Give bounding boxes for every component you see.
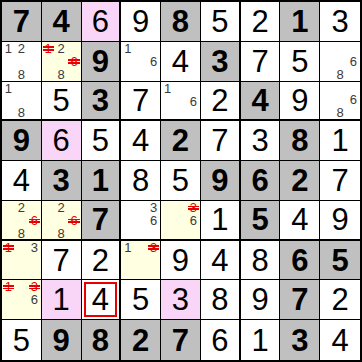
- cell-r9c9[interactable]: 4: [320, 320, 360, 360]
- cell-r3c3[interactable]: 3: [82, 82, 122, 122]
- candidate: 1: [121, 42, 134, 55]
- given-digit: 7: [13, 6, 30, 37]
- cell-r7c9[interactable]: 5: [320, 241, 360, 281]
- given-digit: 9: [13, 125, 30, 156]
- cell-r8c7[interactable]: 9: [241, 280, 281, 320]
- cell-r7c1[interactable]: 13: [2, 241, 42, 281]
- pencil-marks: 36: [161, 201, 200, 239]
- cell-r8c1[interactable]: 136: [2, 280, 42, 320]
- cell-r6c5[interactable]: 36: [161, 201, 201, 241]
- cell-r5c2[interactable]: 3: [42, 161, 82, 201]
- cell-r5c9[interactable]: 7: [320, 161, 360, 201]
- solved-digit: 8: [211, 284, 228, 315]
- cell-r6c2[interactable]: 268: [42, 201, 82, 241]
- solved-digit: 8: [132, 165, 149, 196]
- pencil-marks: 268: [42, 201, 81, 239]
- candidate: 6: [28, 293, 41, 306]
- solved-digit: 5: [92, 125, 109, 156]
- cell-r7c6[interactable]: 4: [201, 241, 241, 281]
- given-digit: 3: [92, 85, 109, 116]
- cell-r2c5[interactable]: 4: [161, 42, 201, 82]
- cell-r2c8[interactable]: 5: [280, 42, 320, 82]
- solved-digit: 4: [211, 245, 228, 276]
- pencil-marks: 16: [161, 82, 200, 120]
- candidate: 8: [55, 227, 68, 240]
- solved-digit: 4: [172, 46, 189, 77]
- cell-r8c6[interactable]: 8: [201, 280, 241, 320]
- given-digit: 7: [92, 204, 109, 235]
- cell-r2c3[interactable]: 9: [82, 42, 122, 82]
- cell-r3c6[interactable]: 2: [201, 82, 241, 122]
- solved-digit: 4: [331, 325, 348, 356]
- solved-digit: 5: [132, 284, 149, 315]
- cell-r4c2[interactable]: 6: [42, 121, 82, 161]
- cell-r5c6[interactable]: 9: [201, 161, 241, 201]
- cell-r2c4[interactable]: 16: [121, 42, 161, 82]
- given-digit: 5: [331, 245, 348, 276]
- cell-r7c2[interactable]: 7: [42, 241, 82, 281]
- cell-r6c6[interactable]: 1: [201, 201, 241, 241]
- solved-digit: 3: [331, 6, 348, 37]
- cell-r6c1[interactable]: 268: [2, 201, 42, 241]
- solved-digit: 1: [53, 284, 70, 315]
- solved-digit: 8: [251, 245, 268, 276]
- cell-r8c9[interactable]: 2: [320, 280, 360, 320]
- solved-digit: 9: [291, 85, 308, 116]
- candidate: 2: [55, 201, 68, 214]
- solved-digit: 5: [13, 325, 30, 356]
- cell-r1c1[interactable]: 7: [2, 2, 42, 42]
- given-digit: 4: [53, 6, 70, 37]
- solved-digit: 9: [331, 204, 348, 235]
- pencil-marks: 13: [2, 241, 41, 280]
- solved-digit: 5: [291, 46, 308, 77]
- solved-digit: 2: [251, 6, 268, 37]
- excluded-candidate: 6: [68, 55, 81, 68]
- cell-r5c1[interactable]: 4: [2, 161, 42, 201]
- candidate: 1: [161, 82, 174, 95]
- cell-r9c1[interactable]: 5: [2, 320, 42, 360]
- cell-r3c1[interactable]: 18: [2, 82, 42, 122]
- cell-r7c4[interactable]: 13: [121, 241, 161, 281]
- candidate: 2: [15, 42, 28, 55]
- pencil-marks: 1268: [42, 42, 81, 81]
- given-digit: 9: [92, 46, 109, 77]
- solved-digit: 3: [251, 125, 268, 156]
- cell-r3c9[interactable]: 68: [320, 82, 360, 122]
- given-digit: 1: [92, 165, 109, 196]
- solved-digit: 7: [331, 165, 348, 196]
- cell-r3c5[interactable]: 16: [161, 82, 201, 122]
- cell-r5c7[interactable]: 6: [241, 161, 281, 201]
- cell-r2c2[interactable]: 1268: [42, 42, 82, 82]
- candidate: 3: [28, 241, 41, 254]
- pencil-marks: 136: [2, 280, 41, 319]
- solved-digit: 3: [172, 284, 189, 315]
- solved-digit: 7: [132, 85, 149, 116]
- cell-r8c4[interactable]: 5: [121, 280, 161, 320]
- given-digit: 2: [132, 325, 149, 356]
- solved-digit: 7: [211, 125, 228, 156]
- cell-r4c5[interactable]: 2: [161, 121, 201, 161]
- cell-r9c3[interactable]: 8: [82, 320, 122, 360]
- cell-r7c5[interactable]: 9: [161, 241, 201, 281]
- cell-r5c8[interactable]: 2: [280, 161, 320, 201]
- cell-r9c2[interactable]: 9: [42, 320, 82, 360]
- solved-digit: 2: [331, 284, 348, 315]
- solved-digit: 7: [251, 46, 268, 77]
- cell-r1c7[interactable]: 2: [241, 2, 281, 42]
- sudoku-board: 7469852131281268916437568185371624968965…: [0, 0, 362, 362]
- pencil-marks: 68: [320, 42, 360, 81]
- cell-r1c9[interactable]: 3: [320, 2, 360, 42]
- given-digit: 7: [172, 325, 189, 356]
- candidate: 6: [147, 55, 160, 68]
- excluded-candidate: 1: [42, 42, 55, 55]
- solved-digit: 4: [13, 165, 30, 196]
- cell-r8c5[interactable]: 3: [161, 280, 201, 320]
- given-digit: 1: [291, 6, 308, 37]
- cell-r7c7[interactable]: 8: [241, 241, 281, 281]
- pencil-marks: 268: [2, 201, 41, 239]
- cell-r2c6[interactable]: 3: [201, 42, 241, 82]
- solved-digit: 1: [251, 325, 268, 356]
- solved-digit: 9: [172, 245, 189, 276]
- cell-r7c3[interactable]: 2: [82, 241, 122, 281]
- candidate: 8: [55, 68, 68, 81]
- given-digit: 8: [291, 125, 308, 156]
- given-digit: 2: [291, 165, 308, 196]
- candidate: 8: [333, 68, 346, 81]
- given-digit: 2: [172, 125, 189, 156]
- solved-digit: 9: [132, 6, 149, 37]
- cell-r2c1[interactable]: 128: [2, 42, 42, 82]
- candidate: 8: [15, 106, 28, 119]
- excluded-candidate: 3: [187, 201, 200, 214]
- candidate: 8: [15, 227, 28, 240]
- candidate: 8: [15, 68, 28, 81]
- excluded-candidate: 3: [147, 241, 160, 254]
- cell-r9c7[interactable]: 1: [241, 320, 281, 360]
- cell-r4c1[interactable]: 9: [2, 121, 42, 161]
- cell-r4c9[interactable]: 1: [320, 121, 360, 161]
- cell-r8c2[interactable]: 1: [42, 280, 82, 320]
- pencil-marks: 128: [2, 42, 41, 81]
- cell-r5c3[interactable]: 1: [82, 161, 122, 201]
- cell-r3c2[interactable]: 5: [42, 82, 82, 122]
- cell-r9c5[interactable]: 7: [161, 320, 201, 360]
- cell-r2c9[interactable]: 68: [320, 42, 360, 82]
- excluded-candidate: 6: [28, 214, 41, 227]
- solved-digit: 4: [291, 204, 308, 235]
- given-digit: 7: [291, 284, 308, 315]
- cell-r1c5[interactable]: 8: [161, 2, 201, 42]
- pencil-marks: 18: [2, 82, 41, 120]
- cell-r9c8[interactable]: 3: [280, 320, 320, 360]
- solved-digit: 1: [331, 125, 348, 156]
- given-digit: 4: [251, 85, 268, 116]
- cell-r8c3[interactable]: 4: [82, 280, 122, 320]
- cell-r7c8[interactable]: 6: [280, 241, 320, 281]
- solved-digit: 6: [211, 325, 228, 356]
- given-digit: 6: [291, 245, 308, 276]
- pencil-marks: 16: [121, 42, 160, 81]
- solved-digit: 4: [92, 284, 109, 315]
- excluded-candidate: 1: [2, 241, 15, 254]
- candidate: 2: [15, 201, 28, 214]
- given-digit: 3: [291, 325, 308, 356]
- pencil-marks: 13: [121, 241, 160, 280]
- solved-digit: 6: [92, 6, 109, 37]
- given-digit: 5: [251, 204, 268, 235]
- cell-r4c8[interactable]: 8: [280, 121, 320, 161]
- cell-r1c3[interactable]: 6: [82, 2, 122, 42]
- cell-r4c7[interactable]: 3: [241, 121, 281, 161]
- cell-r1c4[interactable]: 9: [121, 2, 161, 42]
- given-digit: 9: [53, 325, 70, 356]
- solved-digit: 2: [92, 245, 109, 276]
- candidate: 1: [2, 42, 15, 55]
- cell-r1c8[interactable]: 1: [280, 2, 320, 42]
- given-digit: 3: [53, 165, 70, 196]
- solved-digit: 5: [211, 6, 228, 37]
- excluded-candidate: 1: [2, 280, 15, 293]
- given-digit: 9: [211, 165, 228, 196]
- solved-digit: 1: [211, 204, 228, 235]
- solved-digit: 2: [211, 85, 228, 116]
- cell-r3c4[interactable]: 7: [121, 82, 161, 122]
- solved-digit: 5: [172, 165, 189, 196]
- cell-r6c7[interactable]: 5: [241, 201, 281, 241]
- given-digit: 6: [251, 165, 268, 196]
- cell-r6c9[interactable]: 9: [320, 201, 360, 241]
- cell-r1c6[interactable]: 5: [201, 2, 241, 42]
- cell-r4c6[interactable]: 7: [201, 121, 241, 161]
- solved-digit: 9: [251, 284, 268, 315]
- cell-r6c8[interactable]: 4: [280, 201, 320, 241]
- candidate: 1: [2, 82, 15, 95]
- candidate: 1: [121, 241, 134, 254]
- candidate: 6: [147, 214, 160, 227]
- candidate: 6: [347, 93, 360, 106]
- solved-digit: 4: [132, 125, 149, 156]
- candidate: 6: [187, 214, 200, 227]
- candidate: 6: [347, 55, 360, 68]
- solved-digit: 7: [53, 245, 70, 276]
- cell-r1c2[interactable]: 4: [42, 2, 82, 42]
- cell-r5c5[interactable]: 5: [161, 161, 201, 201]
- cell-r9c6[interactable]: 6: [201, 320, 241, 360]
- candidate: 8: [333, 106, 346, 119]
- cell-r5c4[interactable]: 8: [121, 161, 161, 201]
- given-digit: 3: [211, 46, 228, 77]
- cell-r4c4[interactable]: 4: [121, 121, 161, 161]
- cell-r9c4[interactable]: 2: [121, 320, 161, 360]
- cell-r6c4[interactable]: 36: [121, 201, 161, 241]
- given-digit: 8: [92, 325, 109, 356]
- cell-r8c8[interactable]: 7: [280, 280, 320, 320]
- solved-digit: 6: [53, 125, 70, 156]
- candidate: 6: [187, 95, 200, 108]
- cell-r2c7[interactable]: 7: [241, 42, 281, 82]
- cell-r3c7[interactable]: 4: [241, 82, 281, 122]
- excluded-candidate: 6: [68, 214, 81, 227]
- pencil-marks: 68: [320, 82, 360, 120]
- pencil-marks: 36: [121, 201, 160, 239]
- candidate: 2: [55, 42, 68, 55]
- solved-digit: 5: [53, 85, 70, 116]
- cell-r4c3[interactable]: 5: [82, 121, 122, 161]
- given-digit: 8: [172, 6, 189, 37]
- cell-r3c8[interactable]: 9: [280, 82, 320, 122]
- cell-r6c3[interactable]: 7: [82, 201, 122, 241]
- candidate: 3: [147, 201, 160, 214]
